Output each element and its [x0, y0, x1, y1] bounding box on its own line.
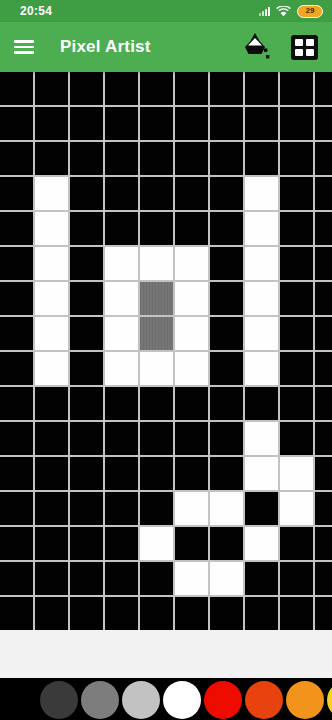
pixel-cell[interactable]: [210, 72, 243, 105]
pixel-cell[interactable]: [0, 107, 33, 140]
pixel-cell[interactable]: [315, 212, 332, 245]
pixel-cell[interactable]: [105, 422, 138, 455]
pixel-cell[interactable]: [35, 597, 68, 630]
pixel-cell[interactable]: [175, 457, 208, 490]
pixel-cell[interactable]: [0, 142, 33, 175]
pixel-cell[interactable]: [245, 527, 278, 560]
pixel-cell[interactable]: [245, 142, 278, 175]
pixel-cell[interactable]: [245, 282, 278, 315]
pixel-cell[interactable]: [175, 177, 208, 210]
pixel-cell[interactable]: [315, 282, 332, 315]
palette-color-black[interactable]: [0, 681, 37, 719]
pixel-cell[interactable]: [175, 107, 208, 140]
pixel-cell[interactable]: [245, 317, 278, 350]
pixel-cell[interactable]: [0, 352, 33, 385]
pixel-cell[interactable]: [315, 527, 332, 560]
pixel-cell[interactable]: [245, 492, 278, 525]
pixel-cell[interactable]: [280, 597, 313, 630]
pixel-cell[interactable]: [70, 422, 103, 455]
palette-color-orange[interactable]: [286, 681, 324, 719]
pixel-cell[interactable]: [105, 562, 138, 595]
pixel-cell[interactable]: [315, 352, 332, 385]
pixel-cell[interactable]: [0, 562, 33, 595]
pixel-cell[interactable]: [0, 387, 33, 420]
pixel-cell[interactable]: [175, 72, 208, 105]
pixel-cell[interactable]: [280, 282, 313, 315]
pixel-cell[interactable]: [70, 597, 103, 630]
pixel-cell[interactable]: [280, 492, 313, 525]
pixel-cell[interactable]: [280, 562, 313, 595]
pixel-cell[interactable]: [210, 177, 243, 210]
pixel-cell[interactable]: [35, 142, 68, 175]
pixel-cell[interactable]: [140, 282, 173, 315]
pixel-cell[interactable]: [210, 562, 243, 595]
pixel-cell[interactable]: [105, 352, 138, 385]
pixel-cell[interactable]: [35, 72, 68, 105]
pixel-cell[interactable]: [280, 387, 313, 420]
pixel-cell[interactable]: [210, 352, 243, 385]
pixel-cell[interactable]: [105, 492, 138, 525]
pixel-cell[interactable]: [35, 212, 68, 245]
pixel-cell[interactable]: [140, 317, 173, 350]
pixel-cell[interactable]: [140, 457, 173, 490]
pixel-cell[interactable]: [280, 177, 313, 210]
palette-color-light-gray[interactable]: [122, 681, 160, 719]
pixel-cell[interactable]: [140, 177, 173, 210]
pixel-cell[interactable]: [175, 212, 208, 245]
pixel-cell[interactable]: [35, 492, 68, 525]
pixel-cell[interactable]: [245, 352, 278, 385]
pixel-cell[interactable]: [0, 457, 33, 490]
pixel-cell[interactable]: [0, 422, 33, 455]
app-bar: Pixel Artist: [0, 22, 332, 72]
pixel-cell[interactable]: [210, 387, 243, 420]
pixel-cell[interactable]: [140, 142, 173, 175]
pixel-cell[interactable]: [175, 562, 208, 595]
pixel-cell[interactable]: [140, 107, 173, 140]
pixel-cell[interactable]: [280, 247, 313, 280]
pixel-cell[interactable]: [70, 562, 103, 595]
pixel-cell[interactable]: [70, 247, 103, 280]
pixel-cell[interactable]: [175, 422, 208, 455]
pixel-cell[interactable]: [105, 177, 138, 210]
pixel-cell[interactable]: [105, 72, 138, 105]
pixel-cell[interactable]: [140, 352, 173, 385]
pixel-cell[interactable]: [280, 107, 313, 140]
wifi-icon: [276, 6, 291, 17]
pixel-cell[interactable]: [140, 387, 173, 420]
palette-color-orange-red[interactable]: [245, 681, 283, 719]
grid-view-icon[interactable]: [291, 35, 318, 60]
pixel-cell[interactable]: [175, 352, 208, 385]
pixel-cell[interactable]: [105, 247, 138, 280]
pixel-cell[interactable]: [210, 492, 243, 525]
pixel-cell[interactable]: [105, 387, 138, 420]
clock: 20:54: [20, 4, 52, 18]
pixel-cell[interactable]: [280, 422, 313, 455]
pixel-cell[interactable]: [175, 142, 208, 175]
pixel-cell[interactable]: [315, 562, 332, 595]
app-bar-actions: [242, 32, 318, 62]
pixel-cell[interactable]: [70, 387, 103, 420]
pixel-cell[interactable]: [245, 457, 278, 490]
pixel-cell[interactable]: [175, 387, 208, 420]
paint-fill-icon[interactable]: [242, 32, 270, 62]
color-palette: [0, 678, 332, 720]
pixel-cell[interactable]: [280, 527, 313, 560]
pixel-cell[interactable]: [210, 527, 243, 560]
pixel-cell[interactable]: [245, 212, 278, 245]
pixel-cell[interactable]: [245, 562, 278, 595]
phone-screen: 20:54 29 Pixel Artist: [0, 0, 332, 720]
pixel-cell[interactable]: [70, 527, 103, 560]
pixel-cell[interactable]: [70, 72, 103, 105]
pixel-cell[interactable]: [245, 177, 278, 210]
pixel-cell[interactable]: [70, 212, 103, 245]
signal-icon: [259, 6, 270, 16]
pixel-cell[interactable]: [315, 177, 332, 210]
pixel-cell[interactable]: [0, 212, 33, 245]
pixel-cell[interactable]: [210, 597, 243, 630]
pixel-cell[interactable]: [245, 72, 278, 105]
pixel-cell[interactable]: [210, 107, 243, 140]
pixel-cell[interactable]: [70, 492, 103, 525]
pixel-cell[interactable]: [35, 387, 68, 420]
pixel-cell[interactable]: [70, 142, 103, 175]
canvas-margin: [0, 630, 332, 678]
pixel-cell[interactable]: [140, 492, 173, 525]
menu-icon[interactable]: [14, 40, 34, 54]
pixel-cell[interactable]: [210, 317, 243, 350]
pixel-cell[interactable]: [175, 492, 208, 525]
pixel-cell[interactable]: [0, 247, 33, 280]
pixel-cell[interactable]: [175, 247, 208, 280]
pixel-cell[interactable]: [245, 387, 278, 420]
pixel-cell[interactable]: [70, 352, 103, 385]
pixel-cell[interactable]: [140, 212, 173, 245]
pixel-cell[interactable]: [140, 527, 173, 560]
pixel-cell[interactable]: [70, 317, 103, 350]
pixel-cell[interactable]: [315, 72, 332, 105]
pixel-cell[interactable]: [245, 422, 278, 455]
pixel-cell[interactable]: [70, 457, 103, 490]
pixel-cell[interactable]: [105, 212, 138, 245]
pixel-cell[interactable]: [105, 142, 138, 175]
palette-color-dark-gray[interactable]: [40, 681, 78, 719]
pixel-cell[interactable]: [245, 597, 278, 630]
palette-color-white[interactable]: [163, 681, 201, 719]
pixel-cell[interactable]: [140, 247, 173, 280]
pixel-cell[interactable]: [0, 177, 33, 210]
pixel-cell[interactable]: [210, 422, 243, 455]
battery-icon: 29: [297, 5, 323, 18]
pixel-cell[interactable]: [35, 247, 68, 280]
app-title: Pixel Artist: [60, 37, 242, 57]
status-bar: 20:54 29: [0, 0, 332, 22]
pixel-cell[interactable]: [315, 492, 332, 525]
pixel-cell[interactable]: [35, 177, 68, 210]
pixel-cell[interactable]: [0, 317, 33, 350]
pixel-cell[interactable]: [35, 457, 68, 490]
palette-color-red[interactable]: [204, 681, 242, 719]
pixel-cell[interactable]: [140, 597, 173, 630]
status-icons: 29: [259, 5, 323, 18]
pixel-cell[interactable]: [35, 317, 68, 350]
pixel-cell[interactable]: [0, 492, 33, 525]
pixel-cell[interactable]: [105, 107, 138, 140]
pixel-cell[interactable]: [70, 282, 103, 315]
pixel-cell[interactable]: [105, 457, 138, 490]
pixel-cell[interactable]: [245, 247, 278, 280]
battery-percent: 29: [306, 7, 315, 15]
pixel-cell[interactable]: [280, 352, 313, 385]
pixel-cell[interactable]: [140, 562, 173, 595]
pixel-cell[interactable]: [35, 422, 68, 455]
pixel-cell[interactable]: [210, 282, 243, 315]
palette-color-yellow[interactable]: [327, 681, 332, 719]
pixel-cell[interactable]: [35, 527, 68, 560]
pixel-cell[interactable]: [245, 107, 278, 140]
pixel-cell[interactable]: [210, 142, 243, 175]
pixel-cell[interactable]: [280, 72, 313, 105]
pixel-cell[interactable]: [35, 562, 68, 595]
pixel-cell[interactable]: [280, 317, 313, 350]
pixel-cell[interactable]: [280, 212, 313, 245]
pixel-cell[interactable]: [210, 457, 243, 490]
pixel-cell[interactable]: [0, 282, 33, 315]
pixel-cell[interactable]: [280, 142, 313, 175]
pixel-cell[interactable]: [210, 212, 243, 245]
pixel-cell[interactable]: [175, 282, 208, 315]
pixel-cell[interactable]: [280, 457, 313, 490]
pixel-cell[interactable]: [105, 527, 138, 560]
pixel-cell[interactable]: [35, 282, 68, 315]
pixel-cell[interactable]: [70, 107, 103, 140]
pixel-cell[interactable]: [175, 597, 208, 630]
pixel-canvas[interactable]: [0, 72, 332, 630]
pixel-cell[interactable]: [0, 527, 33, 560]
pixel-cell[interactable]: [315, 142, 332, 175]
pixel-cell[interactable]: [315, 457, 332, 490]
pixel-cell[interactable]: [105, 282, 138, 315]
pixel-cell[interactable]: [0, 72, 33, 105]
pixel-cell[interactable]: [140, 72, 173, 105]
pixel-cell[interactable]: [0, 597, 33, 630]
pixel-cell[interactable]: [315, 387, 332, 420]
pixel-cell[interactable]: [315, 317, 332, 350]
pixel-cell[interactable]: [70, 177, 103, 210]
pixel-cell[interactable]: [140, 422, 173, 455]
pixel-cell[interactable]: [35, 352, 68, 385]
pixel-cell[interactable]: [105, 597, 138, 630]
pixel-cell[interactable]: [175, 317, 208, 350]
pixel-cell[interactable]: [35, 107, 68, 140]
pixel-cell[interactable]: [315, 247, 332, 280]
palette-color-gray[interactable]: [81, 681, 119, 719]
pixel-cell[interactable]: [315, 422, 332, 455]
pixel-cell[interactable]: [315, 107, 332, 140]
pixel-cell[interactable]: [175, 527, 208, 560]
pixel-cell[interactable]: [105, 317, 138, 350]
pixel-cell[interactable]: [210, 247, 243, 280]
pixel-cell[interactable]: [315, 597, 332, 630]
